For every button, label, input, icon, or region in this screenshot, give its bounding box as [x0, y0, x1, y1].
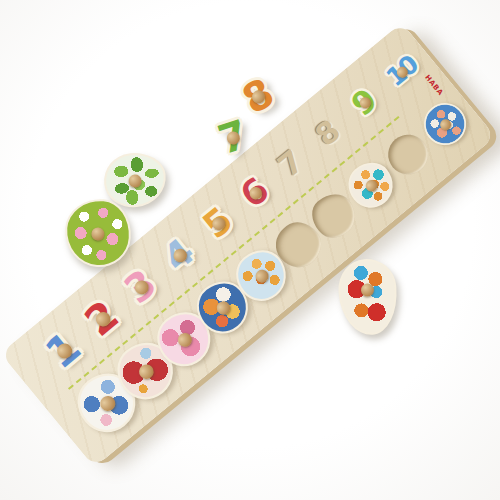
peg-knob-icon [363, 178, 379, 194]
peg-knob-icon [128, 174, 142, 188]
peg-knob-icon [136, 361, 156, 381]
number-piece-5[interactable]: 5 [197, 201, 239, 245]
peg-knob-icon [438, 117, 453, 132]
photo-background: HABA 1 2 3 4 5 6 7 8 9 10 8 [0, 0, 500, 500]
number-piece-10[interactable]: 10 [382, 52, 421, 91]
number-piece-3[interactable]: 3 [118, 263, 163, 310]
number-piece-6[interactable]: 6 [235, 171, 276, 213]
peg-knob-icon [214, 299, 233, 318]
peg-knob-icon [253, 267, 271, 285]
peg-knob-icon [361, 283, 375, 297]
peg-knob-icon [175, 330, 195, 350]
number-piece-2[interactable]: 2 [79, 294, 126, 343]
peg-knob-icon [97, 393, 118, 414]
number-piece-9[interactable]: 9 [347, 83, 383, 121]
loose-piece-hens[interactable] [336, 257, 399, 337]
number-piece-4[interactable]: 4 [158, 232, 202, 277]
loose-piece-flowers[interactable] [63, 197, 134, 269]
number-recess-7[interactable]: 7 [272, 144, 309, 182]
number-recess-8[interactable]: 8 [310, 114, 346, 151]
peg-knob-icon [91, 227, 105, 241]
